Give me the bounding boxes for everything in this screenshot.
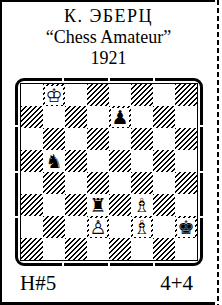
border-notch: [108, 263, 110, 266]
square-h1: [175, 238, 197, 260]
border-notch: [108, 78, 110, 81]
square-b6: [43, 128, 65, 150]
square-f1: [131, 238, 153, 260]
piece-black-rook: ♜: [89, 196, 107, 215]
square-a4: [21, 172, 43, 194]
square-f4: [131, 172, 153, 194]
chess-board: ♔♟♞♜♗♙♗♚: [21, 84, 197, 260]
square-d8: [87, 84, 109, 106]
square-e3: [109, 194, 131, 216]
author-name: К. ЭБЕРЦ: [0, 5, 217, 27]
piece-black-pawn: ♟: [111, 108, 129, 127]
square-a3: [21, 194, 43, 216]
square-g5: [153, 150, 175, 172]
publication-year: 1921: [0, 48, 217, 69]
square-b3: [43, 194, 65, 216]
square-b7: [43, 106, 65, 128]
square-h7: [175, 106, 197, 128]
square-f3: ♗: [131, 194, 153, 216]
square-g2: [153, 216, 175, 238]
square-d5: [87, 150, 109, 172]
square-h3: [175, 194, 197, 216]
material-count-label: 4+4: [160, 271, 193, 295]
square-c1: [65, 238, 87, 260]
square-e8: [109, 84, 131, 106]
square-g3: [153, 194, 175, 216]
border-notch: [200, 125, 203, 127]
square-h6: [175, 128, 197, 150]
border-notch: [15, 216, 18, 218]
square-a8: [21, 84, 43, 106]
square-g8: [153, 84, 175, 106]
border-notch: [200, 216, 203, 218]
square-c8: [65, 84, 87, 106]
square-c4: [65, 172, 87, 194]
square-d1: [87, 238, 109, 260]
square-d3: ♜: [87, 194, 109, 216]
square-b1: [43, 238, 65, 260]
square-c6: [65, 128, 87, 150]
border-notch: [62, 263, 64, 266]
square-c5: [65, 150, 87, 172]
square-d6: [87, 128, 109, 150]
square-f7: [131, 106, 153, 128]
square-c2: [65, 216, 87, 238]
piece-white-pawn: ♙: [89, 218, 107, 237]
square-h8: [175, 84, 197, 106]
chess-board-border: ♔♟♞♜♗♙♗♚: [15, 78, 203, 266]
square-a5: [21, 150, 43, 172]
square-d4: [87, 172, 109, 194]
square-e7: ♟: [109, 106, 131, 128]
piece-black-king: ♚: [177, 218, 195, 237]
square-f6: [131, 128, 153, 150]
square-e2: [109, 216, 131, 238]
chess-problem-card: К. ЭБЕРЦ “Chess Amateur” 1921 ♔♟♞♜♗♙♗♚ H…: [0, 0, 222, 305]
square-g1: [153, 238, 175, 260]
border-notch: [62, 78, 64, 81]
stipulation-label: H#5: [20, 271, 56, 295]
chess-board-inner-border: ♔♟♞♜♗♙♗♚: [20, 83, 198, 261]
square-h5: [175, 150, 197, 172]
square-b8: ♔: [43, 84, 65, 106]
square-a7: [21, 106, 43, 128]
piece-black-knight: ♞: [45, 152, 63, 171]
square-f8: [131, 84, 153, 106]
square-g4: [153, 172, 175, 194]
problem-footer: H#5 4+4: [0, 271, 217, 295]
piece-white-king: ♔: [45, 86, 63, 105]
border-notch: [200, 171, 203, 173]
square-g6: [153, 128, 175, 150]
square-d7: [87, 106, 109, 128]
border-notch: [153, 78, 155, 81]
dashed-crop-edge: [217, 0, 219, 305]
problem-header: К. ЭБЕРЦ “Chess Amateur” 1921: [0, 5, 217, 69]
square-b5: ♞: [43, 150, 65, 172]
border-notch: [15, 171, 18, 173]
piece-white-bishop: ♗: [133, 218, 151, 237]
square-a2: [21, 216, 43, 238]
square-c3: [65, 194, 87, 216]
square-a1: [21, 238, 43, 260]
border-notch: [153, 263, 155, 266]
square-e4: [109, 172, 131, 194]
square-d2: ♙: [87, 216, 109, 238]
square-e6: [109, 128, 131, 150]
source-name: “Chess Amateur”: [0, 27, 217, 48]
square-h2: ♚: [175, 216, 197, 238]
square-a6: [21, 128, 43, 150]
border-notch: [15, 125, 18, 127]
square-c7: [65, 106, 87, 128]
square-h4: [175, 172, 197, 194]
square-f5: [131, 150, 153, 172]
piece-white-bishop: ♗: [133, 196, 151, 215]
square-b2: [43, 216, 65, 238]
square-b4: [43, 172, 65, 194]
square-g7: [153, 106, 175, 128]
square-f2: ♗: [131, 216, 153, 238]
square-e5: [109, 150, 131, 172]
square-e1: [109, 238, 131, 260]
